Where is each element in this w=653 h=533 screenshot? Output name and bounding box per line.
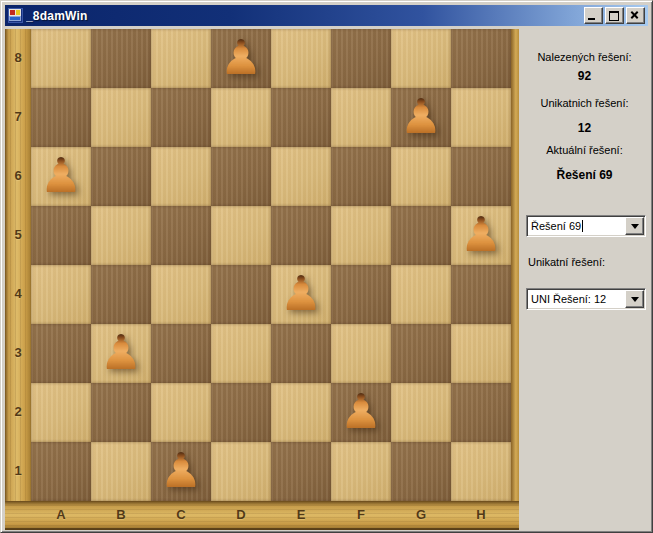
square-b4: [91, 265, 151, 324]
pawn-c1: ♟: [159, 446, 202, 494]
square-g6: [391, 147, 451, 206]
text-caret: [582, 220, 583, 232]
current-solution-value: Řešení 69: [519, 168, 650, 182]
square-h7: [451, 88, 511, 147]
found-solutions-value: 92: [519, 69, 650, 83]
square-g3: [391, 324, 451, 383]
file-label-c: C: [151, 507, 211, 522]
chevron-down-icon: [631, 297, 639, 302]
file-label-f: F: [331, 507, 391, 522]
square-e3: [271, 324, 331, 383]
square-a2: [31, 383, 91, 442]
square-d8: ♟: [211, 29, 271, 88]
square-g5: [391, 206, 451, 265]
rank-label-6: 6: [5, 168, 31, 183]
rank-label-strip: 87654321: [5, 29, 31, 501]
solution-combobox[interactable]: Řešení 69: [526, 215, 646, 237]
square-d5: [211, 206, 271, 265]
square-b8: [91, 29, 151, 88]
square-a8: [31, 29, 91, 88]
square-f8: [331, 29, 391, 88]
square-f2: ♟: [331, 383, 391, 442]
square-c1: ♟: [151, 442, 211, 501]
square-h5: ♟: [451, 206, 511, 265]
square-h3: [451, 324, 511, 383]
current-solution-label: Aktuální řešení:: [519, 144, 650, 156]
pawn-a6: ♟: [39, 151, 82, 199]
app-icon-yellow-pane: [16, 10, 20, 15]
square-f7: [331, 88, 391, 147]
square-d2: [211, 383, 271, 442]
rank-label-4: 4: [5, 286, 31, 301]
unique-combobox-dropdown-button[interactable]: [625, 290, 644, 308]
square-f5: [331, 206, 391, 265]
file-label-g: G: [391, 507, 451, 522]
file-label-d: D: [211, 507, 271, 522]
square-a4: [31, 265, 91, 324]
title-bar[interactable]: _8damWin: [5, 5, 648, 26]
square-e7: [271, 88, 331, 147]
square-c4: [151, 265, 211, 324]
file-label-a: A: [31, 507, 91, 522]
maximize-button[interactable]: [605, 7, 624, 24]
board-squares: ♟♟♟♟♟♟♟♟: [31, 29, 511, 502]
square-a5: [31, 206, 91, 265]
square-a6: ♟: [31, 147, 91, 206]
square-a1: [31, 442, 91, 501]
square-c5: [151, 206, 211, 265]
square-h6: [451, 147, 511, 206]
square-b7: [91, 88, 151, 147]
app-icon: [8, 8, 23, 23]
rank-label-7: 7: [5, 109, 31, 124]
square-h8: [451, 29, 511, 88]
file-label-e: E: [271, 507, 331, 522]
file-label-b: B: [91, 507, 151, 522]
square-d3: [211, 324, 271, 383]
chevron-down-icon: [631, 224, 639, 229]
square-c6: [151, 147, 211, 206]
file-label-h: H: [451, 507, 511, 522]
square-d7: [211, 88, 271, 147]
rank-label-3: 3: [5, 345, 31, 360]
unique-solution-combobox[interactable]: UNI Řešení: 12: [526, 288, 646, 310]
solution-combobox-text[interactable]: Řešení 69: [527, 220, 625, 232]
app-icon-blue-pane: [10, 17, 20, 20]
pawn-e4: ♟: [279, 269, 322, 317]
square-f1: [331, 442, 391, 501]
board-right-edge: [511, 29, 519, 501]
square-c7: [151, 88, 211, 147]
square-f4: [331, 265, 391, 324]
maximize-icon: [609, 11, 619, 21]
square-h4: [451, 265, 511, 324]
app-window: _8damWin 87654321 ♟♟♟♟♟♟♟♟ ABCDEFGH Nale…: [0, 0, 653, 533]
square-c8: [151, 29, 211, 88]
square-b1: [91, 442, 151, 501]
square-g7: ♟: [391, 88, 451, 147]
found-solutions-label: Nalezených řešení:: [519, 51, 650, 63]
square-a3: [31, 324, 91, 383]
app-icon-red-pane: [10, 10, 15, 15]
square-b6: [91, 147, 151, 206]
square-g2: [391, 383, 451, 442]
rank-label-1: 1: [5, 463, 31, 478]
rank-label-5: 5: [5, 227, 31, 242]
square-e8: [271, 29, 331, 88]
solution-combobox-dropdown-button[interactable]: [625, 217, 644, 235]
square-e5: [271, 206, 331, 265]
minimize-icon: [588, 18, 595, 20]
square-e2: [271, 383, 331, 442]
square-d4: [211, 265, 271, 324]
square-g8: [391, 29, 451, 88]
square-c3: [151, 324, 211, 383]
pawn-d8: ♟: [219, 33, 262, 81]
file-label-strip: ABCDEFGH: [5, 501, 519, 530]
square-e4: ♟: [271, 265, 331, 324]
square-d6: [211, 147, 271, 206]
unique-solutions-value: 12: [519, 121, 650, 135]
minimize-button[interactable]: [584, 7, 603, 24]
square-g1: [391, 442, 451, 501]
square-a7: [31, 88, 91, 147]
rank-label-2: 2: [5, 404, 31, 419]
square-d1: [211, 442, 271, 501]
square-b3: ♟: [91, 324, 151, 383]
square-c2: [151, 383, 211, 442]
square-f3: [331, 324, 391, 383]
square-h2: [451, 383, 511, 442]
rank-label-8: 8: [5, 50, 31, 65]
square-e6: [271, 147, 331, 206]
pawn-h5: ♟: [459, 210, 502, 258]
unique-combobox-label: Unikatní řešení:: [519, 256, 650, 268]
pawn-f2: ♟: [339, 387, 382, 435]
unique-combobox-text[interactable]: UNI Řešení: 12: [527, 293, 625, 305]
square-h1: [451, 442, 511, 501]
window-title: _8damWin: [26, 9, 584, 23]
unique-solutions-label: Unikatnich řešení:: [519, 97, 650, 109]
square-b2: [91, 383, 151, 442]
square-g4: [391, 265, 451, 324]
square-f6: [331, 147, 391, 206]
pawn-b3: ♟: [99, 328, 142, 376]
close-button[interactable]: [626, 7, 645, 24]
pawn-g7: ♟: [399, 92, 442, 140]
square-b5: [91, 206, 151, 265]
square-e1: [271, 442, 331, 501]
solutions-panel: Nalezených řešení: 92 Unikatnich řešení:…: [519, 26, 650, 528]
chess-board: 87654321 ♟♟♟♟♟♟♟♟ ABCDEFGH: [5, 29, 519, 530]
